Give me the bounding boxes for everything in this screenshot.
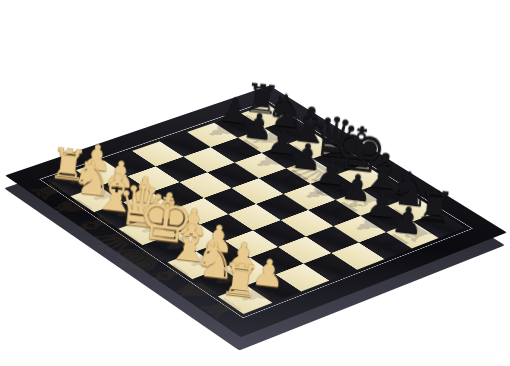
board-frame: ♜♜♞♞♝♝♛♛♚♚♝♝♞♞♜♜♟♟♟♟♟♟♟♟♟♟♟♟♟♟♟♟♟♟♟♟♟♟♟♟…: [5, 86, 507, 338]
chess-set-product-photo: ♜♜♞♞♝♝♛♛♚♚♝♝♞♞♜♜♟♟♟♟♟♟♟♟♟♟♟♟♟♟♟♟♟♟♟♟♟♟♟♟…: [0, 0, 510, 366]
board-3d: ♜♜♞♞♝♝♛♛♚♚♝♝♞♞♜♜♟♟♟♟♟♟♟♟♟♟♟♟♟♟♟♟♟♟♟♟♟♟♟♟…: [5, 86, 507, 338]
chess-board: ♜♜♞♞♝♝♛♛♚♚♝♝♞♞♜♜♟♟♟♟♟♟♟♟♟♟♟♟♟♟♟♟♟♟♟♟♟♟♟♟…: [58, 6, 453, 366]
